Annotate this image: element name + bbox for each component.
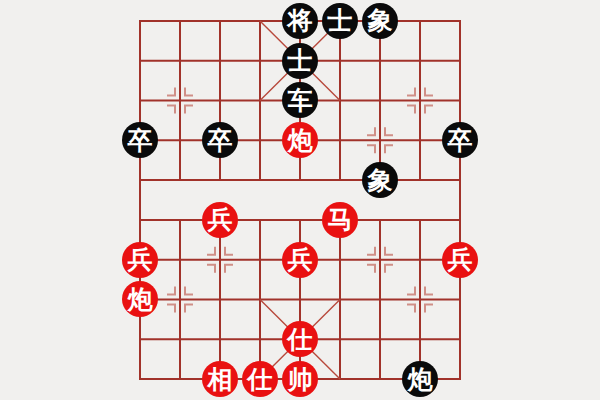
board-point[interactable] xyxy=(440,41,480,81)
board-point[interactable] xyxy=(160,120,200,160)
board-point[interactable] xyxy=(400,160,440,200)
board-point[interactable]: 炮 xyxy=(120,280,160,320)
board-point[interactable] xyxy=(360,359,400,399)
board-point[interactable] xyxy=(240,1,280,41)
board-point[interactable]: 兵 xyxy=(280,240,320,280)
board-point[interactable] xyxy=(400,81,440,121)
board-point[interactable]: 象 xyxy=(360,1,400,41)
board-point[interactable] xyxy=(360,240,400,280)
board-point[interactable] xyxy=(320,81,360,121)
board-point[interactable] xyxy=(440,81,480,121)
piece-red-soldier[interactable]: 兵 xyxy=(122,242,158,278)
board-point[interactable]: 车 xyxy=(280,81,320,121)
board-point[interactable] xyxy=(200,1,240,41)
board-point[interactable] xyxy=(320,280,360,320)
board-point[interactable] xyxy=(240,200,280,240)
board-point[interactable] xyxy=(320,120,360,160)
xiangqi-board: 将士象士车卒卒炮卒象兵马兵兵兵炮仕相仕帅炮 xyxy=(0,0,600,400)
board-point[interactable] xyxy=(360,200,400,240)
board-point[interactable]: 卒 xyxy=(200,120,240,160)
board-point[interactable] xyxy=(240,160,280,200)
board-point[interactable] xyxy=(160,160,200,200)
board-point[interactable] xyxy=(240,319,280,359)
board-point[interactable]: 卒 xyxy=(120,120,160,160)
piece-black-advisor[interactable]: 士 xyxy=(322,3,358,39)
board-point[interactable] xyxy=(360,81,400,121)
board-point[interactable] xyxy=(120,319,160,359)
piece-black-elephant[interactable]: 象 xyxy=(362,162,398,198)
board-point[interactable] xyxy=(240,41,280,81)
board-point[interactable] xyxy=(440,280,480,320)
board-point[interactable]: 炮 xyxy=(400,359,440,399)
board-point[interactable] xyxy=(240,280,280,320)
board-point[interactable] xyxy=(240,120,280,160)
board-point[interactable] xyxy=(120,200,160,240)
board-point[interactable]: 象 xyxy=(360,160,400,200)
board-point[interactable] xyxy=(440,160,480,200)
board-point[interactable] xyxy=(320,240,360,280)
board-point[interactable] xyxy=(280,160,320,200)
board-point[interactable] xyxy=(400,200,440,240)
board-point[interactable] xyxy=(400,41,440,81)
piece-red-elephant[interactable]: 相 xyxy=(202,361,238,397)
board-point[interactable] xyxy=(160,41,200,81)
board-point[interactable] xyxy=(360,280,400,320)
board-point[interactable] xyxy=(200,81,240,121)
board-point[interactable] xyxy=(360,41,400,81)
board-point[interactable] xyxy=(400,240,440,280)
piece-black-advisor[interactable]: 士 xyxy=(282,43,318,79)
board-point[interactable] xyxy=(400,120,440,160)
board-point[interactable] xyxy=(440,359,480,399)
board-point[interactable] xyxy=(120,41,160,81)
board-point[interactable] xyxy=(440,200,480,240)
board-point[interactable] xyxy=(320,160,360,200)
piece-red-soldier[interactable]: 兵 xyxy=(442,242,478,278)
board-point[interactable] xyxy=(120,160,160,200)
board-point[interactable] xyxy=(160,359,200,399)
board-point[interactable]: 帅 xyxy=(280,359,320,399)
piece-red-cannon[interactable]: 炮 xyxy=(122,281,158,317)
board-point[interactable] xyxy=(200,280,240,320)
board-point[interactable] xyxy=(240,81,280,121)
board-point[interactable]: 马 xyxy=(320,200,360,240)
piece-black-soldier[interactable]: 卒 xyxy=(122,122,158,158)
piece-black-soldier[interactable]: 卒 xyxy=(442,122,478,158)
piece-red-cannon[interactable]: 炮 xyxy=(282,122,318,158)
board-point[interactable]: 相 xyxy=(200,359,240,399)
piece-red-advisor[interactable]: 仕 xyxy=(242,361,278,397)
board-point[interactable]: 兵 xyxy=(200,200,240,240)
piece-red-soldier[interactable]: 兵 xyxy=(282,242,318,278)
board-point[interactable]: 仕 xyxy=(280,319,320,359)
board-point[interactable] xyxy=(160,319,200,359)
board-point[interactable] xyxy=(320,41,360,81)
board-point[interactable] xyxy=(120,1,160,41)
board-point[interactable] xyxy=(280,280,320,320)
board-point[interactable] xyxy=(200,240,240,280)
board-point[interactable] xyxy=(240,240,280,280)
board-point[interactable] xyxy=(200,160,240,200)
board-point[interactable] xyxy=(360,319,400,359)
board-point[interactable] xyxy=(360,120,400,160)
board-point[interactable] xyxy=(200,41,240,81)
board-point[interactable]: 兵 xyxy=(120,240,160,280)
board-point[interactable]: 将 xyxy=(280,1,320,41)
board-point[interactable] xyxy=(160,81,200,121)
piece-black-elephant[interactable]: 象 xyxy=(362,3,398,39)
board-point[interactable] xyxy=(160,1,200,41)
piece-black-cannon[interactable]: 炮 xyxy=(402,361,438,397)
piece-red-horse[interactable]: 马 xyxy=(322,202,358,238)
board-point[interactable] xyxy=(280,200,320,240)
board-point[interactable] xyxy=(200,319,240,359)
board-point[interactable] xyxy=(120,359,160,399)
board-point[interactable]: 兵 xyxy=(440,240,480,280)
board-point[interactable]: 仕 xyxy=(240,359,280,399)
piece-black-soldier[interactable]: 卒 xyxy=(202,122,238,158)
board-point[interactable] xyxy=(400,319,440,359)
piece-black-chariot[interactable]: 车 xyxy=(282,82,318,118)
board-point[interactable] xyxy=(160,200,200,240)
piece-red-general[interactable]: 帅 xyxy=(282,361,318,397)
board-point[interactable] xyxy=(440,319,480,359)
board-point[interactable]: 士 xyxy=(280,41,320,81)
piece-red-advisor[interactable]: 仕 xyxy=(282,321,318,357)
board-point[interactable]: 士 xyxy=(320,1,360,41)
board-point[interactable] xyxy=(120,81,160,121)
piece-red-soldier[interactable]: 兵 xyxy=(202,202,238,238)
board-grid: 将士象士车卒卒炮卒象兵马兵兵兵炮仕相仕帅炮 xyxy=(120,1,480,399)
board-point[interactable] xyxy=(160,280,200,320)
board-point[interactable] xyxy=(440,1,480,41)
board-point[interactable]: 炮 xyxy=(280,120,320,160)
board-point[interactable]: 卒 xyxy=(440,120,480,160)
board-point[interactable] xyxy=(320,359,360,399)
piece-black-general[interactable]: 将 xyxy=(282,3,318,39)
board-point[interactable] xyxy=(320,319,360,359)
board-point[interactable] xyxy=(400,1,440,41)
board-point[interactable] xyxy=(160,240,200,280)
board-point[interactable] xyxy=(400,280,440,320)
